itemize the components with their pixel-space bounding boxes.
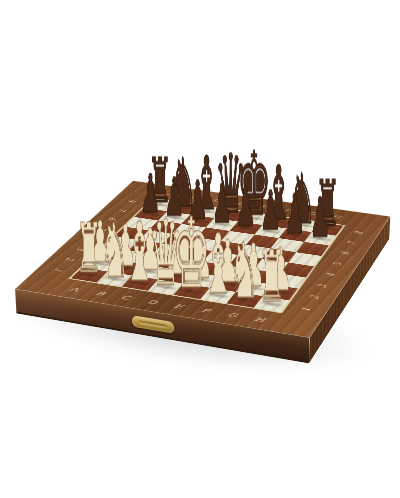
brass-latch-icon — [132, 315, 174, 334]
chess-set-photo: ABCDEFGH ABCDEFGH 12345678 12345678 ♜♞♝♛… — [0, 0, 400, 498]
white-rook-glyph: ♜ — [258, 242, 286, 313]
folding-chess-box: ABCDEFGH ABCDEFGH 12345678 12345678 ♜♞♝♛… — [15, 181, 390, 338]
white-knight-glyph: ♞ — [229, 232, 259, 309]
white-rook-glyph: ♜ — [76, 215, 103, 283]
